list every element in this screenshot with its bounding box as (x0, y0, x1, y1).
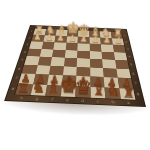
square-h7: ♟ (19, 73, 36, 84)
square-a7: ♟ (117, 78, 133, 89)
rank-label-7: 7 (133, 78, 138, 88)
square-c5 (90, 59, 103, 68)
rank-label-6: 6 (131, 69, 136, 78)
square-e8: ♚ (60, 85, 76, 97)
rank-label-8: 8 (136, 89, 141, 100)
file-label-c: c (90, 99, 105, 104)
square-f7: ♟ (47, 75, 62, 86)
square-e7: ♟ (62, 75, 77, 86)
file-label-g: g (29, 96, 45, 100)
square-f8: ♝ (45, 85, 61, 97)
square-c8: ♝ (90, 87, 105, 99)
file-label-b: b (106, 99, 122, 104)
square-e6 (63, 66, 77, 76)
rank-label-4: 4 (128, 53, 132, 61)
square-g8: ♞ (30, 84, 47, 96)
square-a8: ♜ (119, 88, 136, 100)
photo-background: hgfedcba hgfedcba 12345678 12345678 ♜♞♝♚… (0, 0, 150, 150)
camera-tilt: hgfedcba hgfedcba 12345678 12345678 ♜♞♝♚… (0, 0, 150, 150)
rank-label-5: 5 (129, 60, 133, 69)
perspective-scene: hgfedcba hgfedcba 12345678 12345678 ♜♞♝♚… (0, 0, 150, 150)
square-c7: ♟ (90, 76, 105, 87)
chess-board: hgfedcba hgfedcba 12345678 12345678 ♜♞♝♚… (4, 25, 146, 107)
board-grid: ♜♞♝♚♛♝♞♜♟♟♟♟♟♟♟♟♟♟♟♟♟♟♟♟♜♞♝♚♛♝♞♜ (15, 29, 135, 100)
square-d8: ♛ (75, 86, 90, 98)
file-label-d: d (75, 98, 90, 103)
square-a6 (116, 68, 131, 78)
square-d7: ♟ (76, 76, 90, 87)
square-h8: ♜ (15, 83, 33, 95)
file-label-h: h (14, 96, 30, 100)
file-label-f: f (44, 97, 60, 102)
square-g7: ♟ (33, 74, 49, 85)
file-label-e: e (60, 98, 76, 103)
file-label-a: a (121, 100, 137, 105)
square-f5 (50, 57, 64, 66)
